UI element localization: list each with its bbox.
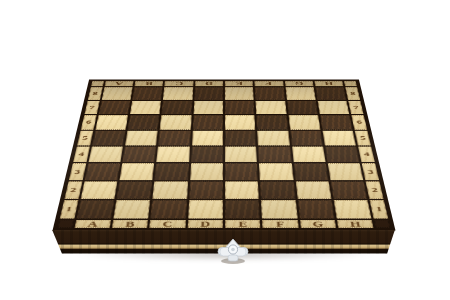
file-label-top-e: E — [224, 81, 252, 86]
square-h5[interactable] — [322, 130, 356, 145]
square-b4[interactable] — [122, 146, 156, 162]
square-a1[interactable] — [76, 200, 114, 219]
rank-label-left-8: 8 — [87, 87, 101, 100]
square-b3[interactable] — [119, 163, 154, 180]
square-f8[interactable] — [255, 87, 285, 100]
square-c2[interactable] — [152, 181, 187, 199]
rank-label-left-3-text: 3 — [73, 169, 80, 175]
square-e8[interactable] — [224, 87, 253, 100]
file-label-bottom-a: A — [74, 220, 111, 228]
square-c5[interactable] — [158, 130, 190, 145]
file-label-top-f-text: F — [265, 81, 272, 86]
square-b2[interactable] — [116, 181, 152, 199]
square-g4[interactable] — [291, 146, 325, 162]
file-label-bottom-c-text: C — [162, 220, 172, 227]
square-f4[interactable] — [258, 146, 291, 162]
board-perspective-wrap: ABCDEFGH8877665544332211ABCDEFGH — [52, 80, 395, 231]
rank-label-right-3: 3 — [362, 163, 379, 180]
square-b7[interactable] — [129, 101, 160, 115]
rank-label-right-3-text: 3 — [367, 169, 374, 175]
file-label-bottom-g-text: G — [312, 220, 324, 227]
rank-label-left-5-text: 5 — [81, 135, 88, 140]
square-b6[interactable] — [127, 115, 159, 129]
square-d8[interactable] — [194, 87, 223, 100]
square-d3[interactable] — [189, 163, 222, 180]
square-d2[interactable] — [188, 181, 222, 199]
file-label-bottom-d-text: D — [200, 220, 210, 227]
file-label-bottom-h-text: H — [349, 220, 361, 227]
rank-label-right-7: 7 — [348, 101, 363, 115]
square-f1[interactable] — [261, 200, 297, 219]
file-label-top-d: D — [194, 81, 222, 86]
square-e5[interactable] — [224, 130, 255, 145]
square-f5[interactable] — [257, 130, 289, 145]
square-e2[interactable] — [225, 181, 259, 199]
square-e6[interactable] — [224, 115, 255, 129]
square-a7[interactable] — [98, 101, 130, 115]
square-a4[interactable] — [88, 146, 123, 162]
square-f6[interactable] — [256, 115, 287, 129]
rank-label-right-8-text: 8 — [349, 91, 355, 96]
square-h1[interactable] — [333, 200, 371, 219]
square-a2[interactable] — [80, 181, 117, 199]
file-label-bottom-f-text: F — [275, 220, 284, 227]
rank-label-right-6: 6 — [351, 115, 366, 129]
square-c1[interactable] — [150, 200, 186, 219]
file-label-top-e-text: E — [235, 81, 242, 86]
square-d6[interactable] — [192, 115, 223, 129]
rank-label-left-5: 5 — [77, 130, 93, 145]
file-label-top-a: A — [104, 81, 133, 86]
square-f3[interactable] — [259, 163, 293, 180]
square-b1[interactable] — [113, 200, 150, 219]
file-label-bottom-b: B — [111, 220, 147, 228]
square-c3[interactable] — [154, 163, 188, 180]
file-label-bottom-a-text: A — [86, 220, 97, 227]
rank-label-right-4-text: 4 — [363, 152, 370, 158]
file-label-top-c-text: C — [174, 81, 182, 86]
file-label-bottom-b-text: B — [125, 220, 135, 227]
square-g1[interactable] — [297, 200, 334, 219]
square-e4[interactable] — [225, 146, 257, 162]
corner-bottom-right — [374, 220, 390, 228]
square-d7[interactable] — [193, 101, 223, 115]
rank-label-left-8-text: 8 — [92, 91, 98, 96]
square-e1[interactable] — [225, 200, 260, 219]
square-e7[interactable] — [224, 101, 254, 115]
rank-label-right-4: 4 — [358, 146, 374, 162]
rank-label-left-4-text: 4 — [77, 152, 84, 158]
file-label-bottom-d: D — [187, 220, 223, 228]
file-label-bottom-f: F — [262, 220, 298, 228]
rank-label-right-8: 8 — [345, 87, 359, 100]
rank-label-left-1: 1 — [59, 200, 77, 219]
square-g7[interactable] — [286, 101, 317, 115]
rank-label-left-7-text: 7 — [88, 105, 94, 110]
rank-label-right-7-text: 7 — [352, 105, 358, 110]
square-c6[interactable] — [160, 115, 191, 129]
rank-label-left-6-text: 6 — [85, 120, 91, 125]
square-h7[interactable] — [317, 101, 349, 115]
square-g3[interactable] — [293, 163, 328, 180]
square-g5[interactable] — [290, 130, 323, 145]
file-label-top-c: C — [164, 81, 193, 86]
file-label-top-a-text: A — [114, 81, 123, 86]
square-f7[interactable] — [255, 101, 286, 115]
file-label-top-d-text: D — [204, 81, 212, 86]
square-b5[interactable] — [124, 130, 157, 145]
metal-clasp — [215, 239, 251, 265]
rank-label-left-2: 2 — [64, 181, 81, 199]
square-h2[interactable] — [330, 181, 367, 199]
rank-label-left-1-text: 1 — [65, 206, 73, 213]
square-b8[interactable] — [132, 87, 162, 100]
rank-label-right-1: 1 — [370, 200, 388, 219]
square-a8[interactable] — [101, 87, 132, 100]
file-label-top-g: G — [284, 81, 313, 86]
square-h3[interactable] — [327, 163, 363, 180]
square-d5[interactable] — [191, 130, 222, 145]
corner-bottom-left — [57, 220, 73, 228]
square-c8[interactable] — [163, 87, 193, 100]
square-a5[interactable] — [91, 130, 125, 145]
square-e3[interactable] — [225, 163, 258, 180]
file-label-top-b-text: B — [145, 81, 153, 86]
square-d4[interactable] — [190, 146, 222, 162]
rank-label-right-5: 5 — [355, 130, 371, 145]
file-label-bottom-h: H — [337, 220, 374, 228]
file-label-top-g-text: G — [294, 81, 303, 86]
square-h4[interactable] — [325, 146, 360, 162]
square-f2[interactable] — [260, 181, 295, 199]
file-label-top-h: H — [314, 81, 343, 86]
corner-top-right — [344, 81, 356, 86]
rank-label-left-2-text: 2 — [69, 187, 76, 193]
square-d1[interactable] — [187, 200, 222, 219]
photo-background: ABCDEFGH8877665544332211ABCDEFGH — [0, 0, 450, 300]
corner-top-left — [91, 81, 103, 86]
square-a6[interactable] — [95, 115, 128, 129]
rank-label-left-7: 7 — [84, 101, 99, 115]
square-g8[interactable] — [285, 87, 315, 100]
rank-label-right-5-text: 5 — [359, 135, 366, 140]
rank-label-right-6-text: 6 — [356, 120, 362, 125]
rank-label-left-4: 4 — [73, 146, 89, 162]
square-c4[interactable] — [156, 146, 189, 162]
file-label-top-h-text: H — [324, 81, 333, 86]
file-label-bottom-c: C — [149, 220, 185, 228]
square-c7[interactable] — [161, 101, 192, 115]
rank-label-left-3: 3 — [68, 163, 85, 180]
rank-label-right-2: 2 — [366, 181, 383, 199]
chessboard: ABCDEFGH8877665544332211ABCDEFGH — [52, 80, 395, 231]
file-label-bottom-e: E — [225, 220, 260, 228]
rank-label-left-6: 6 — [80, 115, 95, 129]
rank-label-right-2-text: 2 — [371, 187, 378, 193]
square-a3[interactable] — [84, 163, 120, 180]
square-g6[interactable] — [288, 115, 320, 129]
square-h6[interactable] — [320, 115, 353, 129]
file-label-top-b: B — [134, 81, 163, 86]
file-label-top-f: F — [254, 81, 283, 86]
square-g2[interactable] — [295, 181, 331, 199]
square-h8[interactable] — [315, 87, 346, 100]
file-label-bottom-e-text: E — [238, 220, 247, 227]
file-label-bottom-g: G — [299, 220, 335, 228]
rank-label-right-1-text: 1 — [375, 206, 383, 213]
